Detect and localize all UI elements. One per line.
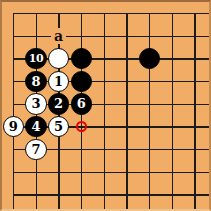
black-stone bbox=[71, 71, 93, 93]
black-stone-move-4: 4 bbox=[25, 116, 47, 138]
stone-white-7: 7 bbox=[25, 138, 48, 161]
marked-point bbox=[70, 115, 93, 138]
white-stone-move-1: 1 bbox=[48, 71, 70, 93]
black-stone bbox=[71, 48, 93, 70]
stone-black-10: 10 bbox=[25, 47, 48, 70]
stone-white-9: 9 bbox=[2, 115, 25, 138]
white-stone-move-3: 3 bbox=[25, 93, 47, 115]
stone-black bbox=[70, 70, 93, 93]
stone-black-2: 2 bbox=[47, 93, 70, 116]
black-stone-move-10: 10 bbox=[25, 48, 47, 70]
white-stone-move-5: 5 bbox=[48, 116, 70, 138]
stone-black-8: 8 bbox=[25, 70, 48, 93]
stone-white-1: 1 bbox=[47, 70, 70, 93]
stone-white bbox=[47, 47, 70, 70]
black-stone-move-8: 8 bbox=[25, 71, 47, 93]
white-stone bbox=[48, 48, 70, 70]
stone-white-3: 3 bbox=[25, 93, 48, 116]
white-stone-move-7: 7 bbox=[25, 139, 47, 161]
stone-white-5: 5 bbox=[47, 115, 70, 138]
black-stone-move-2: 2 bbox=[48, 93, 70, 115]
black-stone bbox=[139, 48, 161, 70]
stone-black-4: 4 bbox=[25, 115, 48, 138]
white-stone-move-9: 9 bbox=[3, 116, 25, 138]
red-circle-marker-icon bbox=[76, 121, 87, 132]
stone-black bbox=[70, 47, 93, 70]
go-board: 10813269457a bbox=[2, 2, 206, 206]
point-label-a: a bbox=[47, 25, 70, 48]
label-a: a bbox=[51, 28, 66, 44]
stone-black-6: 6 bbox=[70, 93, 93, 116]
go-board-frame: 10813269457a bbox=[0, 0, 211, 211]
black-stone-move-6: 6 bbox=[71, 93, 93, 115]
stone-black bbox=[138, 47, 161, 70]
